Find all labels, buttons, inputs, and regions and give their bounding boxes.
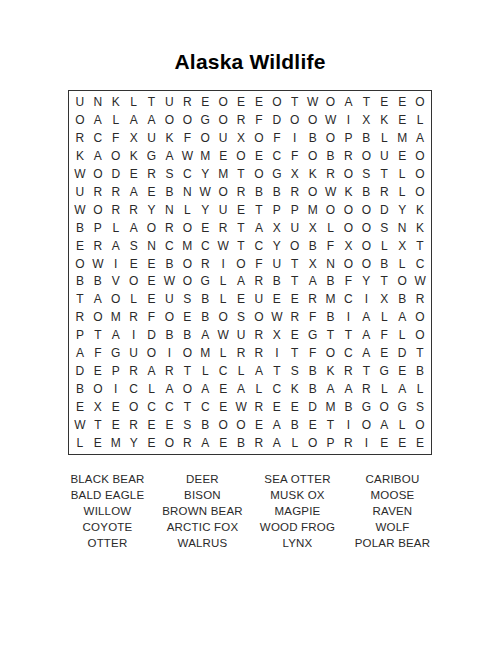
cell-r7c4[interactable]: R: [125, 201, 143, 219]
cell-r14c11[interactable]: R: [250, 326, 268, 344]
cell-r4c4[interactable]: K: [125, 147, 143, 165]
cell-r19c16[interactable]: I: [339, 416, 357, 434]
cell-r11c13[interactable]: T: [286, 273, 304, 291]
cell-r3c17[interactable]: B: [357, 129, 375, 147]
cell-r8c6[interactable]: R: [160, 219, 178, 237]
cell-r20c20[interactable]: E: [411, 434, 429, 452]
cell-r20c18[interactable]: E: [375, 434, 393, 452]
cell-r11c9[interactable]: L: [214, 273, 232, 291]
cell-r15c13[interactable]: T: [286, 344, 304, 362]
cell-r8c18[interactable]: S: [375, 219, 393, 237]
cell-r1c6[interactable]: U: [160, 93, 178, 111]
cell-r18c12[interactable]: E: [268, 398, 286, 416]
cell-r12c8[interactable]: B: [196, 290, 214, 308]
cell-r13c1[interactable]: R: [71, 308, 89, 326]
cell-r9c12[interactable]: Y: [268, 237, 286, 255]
cell-r7c2[interactable]: O: [89, 201, 107, 219]
cell-r7c8[interactable]: Y: [196, 201, 214, 219]
cell-r10c17[interactable]: O: [357, 255, 375, 273]
cell-r11c6[interactable]: W: [160, 273, 178, 291]
cell-r18c11[interactable]: R: [250, 398, 268, 416]
cell-r18c17[interactable]: G: [357, 398, 375, 416]
cell-r9c15[interactable]: F: [322, 237, 340, 255]
cell-r8c2[interactable]: P: [89, 219, 107, 237]
cell-r11c7[interactable]: O: [178, 273, 196, 291]
cell-r5c7[interactable]: C: [178, 165, 196, 183]
cell-r8c5[interactable]: O: [143, 219, 161, 237]
cell-r13c2[interactable]: O: [89, 308, 107, 326]
cell-r10c2[interactable]: W: [89, 255, 107, 273]
cell-r4c12[interactable]: C: [268, 147, 286, 165]
cell-r3c18[interactable]: L: [375, 129, 393, 147]
cell-r12c5[interactable]: E: [143, 290, 161, 308]
cell-r5c17[interactable]: S: [357, 165, 375, 183]
cell-r20c12[interactable]: A: [268, 434, 286, 452]
cell-r13c12[interactable]: W: [268, 308, 286, 326]
cell-r6c2[interactable]: R: [89, 183, 107, 201]
cell-r14c2[interactable]: T: [89, 326, 107, 344]
cell-r17c10[interactable]: A: [232, 380, 250, 398]
cell-r1c12[interactable]: O: [268, 93, 286, 111]
cell-r4c14[interactable]: O: [304, 147, 322, 165]
cell-r2c11[interactable]: F: [250, 111, 268, 129]
cell-r16c2[interactable]: E: [89, 362, 107, 380]
cell-r8c20[interactable]: K: [411, 219, 429, 237]
cell-r8c11[interactable]: A: [250, 219, 268, 237]
cell-r15c12[interactable]: I: [268, 344, 286, 362]
cell-r13c14[interactable]: F: [304, 308, 322, 326]
cell-r3c16[interactable]: P: [339, 129, 357, 147]
cell-r19c8[interactable]: B: [196, 416, 214, 434]
cell-r19c9[interactable]: O: [214, 416, 232, 434]
cell-r14c18[interactable]: F: [375, 326, 393, 344]
cell-r2c3[interactable]: L: [107, 111, 125, 129]
cell-r6c8[interactable]: W: [196, 183, 214, 201]
cell-r11c2[interactable]: B: [89, 273, 107, 291]
cell-r9c4[interactable]: S: [125, 237, 143, 255]
cell-r14c20[interactable]: O: [411, 326, 429, 344]
cell-r3c20[interactable]: A: [411, 129, 429, 147]
cell-r17c3[interactable]: I: [107, 380, 125, 398]
cell-r14c6[interactable]: B: [160, 326, 178, 344]
cell-r12c13[interactable]: E: [286, 290, 304, 308]
cell-r16c10[interactable]: L: [232, 362, 250, 380]
cell-r12c12[interactable]: E: [268, 290, 286, 308]
cell-r17c1[interactable]: B: [71, 380, 89, 398]
cell-r20c10[interactable]: B: [232, 434, 250, 452]
cell-r18c5[interactable]: C: [143, 398, 161, 416]
cell-r5c16[interactable]: O: [339, 165, 357, 183]
cell-r4c6[interactable]: A: [160, 147, 178, 165]
cell-r17c11[interactable]: L: [250, 380, 268, 398]
cell-r10c6[interactable]: B: [160, 255, 178, 273]
cell-r3c13[interactable]: I: [286, 129, 304, 147]
cell-r5c10[interactable]: T: [232, 165, 250, 183]
cell-r8c7[interactable]: O: [178, 219, 196, 237]
cell-r6c18[interactable]: R: [375, 183, 393, 201]
cell-r17c16[interactable]: A: [339, 380, 357, 398]
cell-r13c8[interactable]: B: [196, 308, 214, 326]
cell-r17c20[interactable]: L: [411, 380, 429, 398]
cell-r6c20[interactable]: O: [411, 183, 429, 201]
cell-r11c10[interactable]: A: [232, 273, 250, 291]
cell-r3c4[interactable]: X: [125, 129, 143, 147]
cell-r19c17[interactable]: O: [357, 416, 375, 434]
cell-r18c8[interactable]: C: [196, 398, 214, 416]
cell-r12c19[interactable]: B: [393, 290, 411, 308]
cell-r5c5[interactable]: R: [143, 165, 161, 183]
cell-r15c6[interactable]: I: [160, 344, 178, 362]
cell-r13c20[interactable]: O: [411, 308, 429, 326]
cell-r3c9[interactable]: U: [214, 129, 232, 147]
cell-r20c3[interactable]: M: [107, 434, 125, 452]
cell-r12c2[interactable]: A: [89, 290, 107, 308]
cell-r18c6[interactable]: C: [160, 398, 178, 416]
cell-r11c15[interactable]: B: [322, 273, 340, 291]
cell-r15c5[interactable]: O: [143, 344, 161, 362]
cell-r15c9[interactable]: L: [214, 344, 232, 362]
cell-r7c3[interactable]: R: [107, 201, 125, 219]
cell-r12c18[interactable]: X: [375, 290, 393, 308]
cell-r9c14[interactable]: B: [304, 237, 322, 255]
cell-r15c15[interactable]: O: [322, 344, 340, 362]
cell-r1c3[interactable]: K: [107, 93, 125, 111]
cell-r9c8[interactable]: C: [196, 237, 214, 255]
cell-r14c17[interactable]: A: [357, 326, 375, 344]
cell-r6c1[interactable]: U: [71, 183, 89, 201]
cell-r10c3[interactable]: I: [107, 255, 125, 273]
cell-r3c7[interactable]: F: [178, 129, 196, 147]
cell-r7c14[interactable]: M: [304, 201, 322, 219]
cell-r2c18[interactable]: K: [375, 111, 393, 129]
cell-r14c19[interactable]: L: [393, 326, 411, 344]
cell-r7c18[interactable]: D: [375, 201, 393, 219]
cell-r10c12[interactable]: U: [268, 255, 286, 273]
cell-r9c17[interactable]: O: [357, 237, 375, 255]
cell-r17c18[interactable]: L: [375, 380, 393, 398]
cell-r16c16[interactable]: R: [339, 362, 357, 380]
cell-r13c17[interactable]: A: [357, 308, 375, 326]
cell-r3c3[interactable]: F: [107, 129, 125, 147]
cell-r15c4[interactable]: U: [125, 344, 143, 362]
cell-r7c11[interactable]: T: [250, 201, 268, 219]
cell-r4c9[interactable]: E: [214, 147, 232, 165]
cell-r5c12[interactable]: G: [268, 165, 286, 183]
cell-r6c11[interactable]: B: [250, 183, 268, 201]
cell-r9c1[interactable]: E: [71, 237, 89, 255]
cell-r8c1[interactable]: B: [71, 219, 89, 237]
cell-r10c18[interactable]: B: [375, 255, 393, 273]
cell-r8c8[interactable]: E: [196, 219, 214, 237]
cell-r13c3[interactable]: M: [107, 308, 125, 326]
cell-r4c3[interactable]: O: [107, 147, 125, 165]
cell-r15c1[interactable]: A: [71, 344, 89, 362]
cell-r20c7[interactable]: R: [178, 434, 196, 452]
cell-r3c1[interactable]: R: [71, 129, 89, 147]
cell-r10c1[interactable]: O: [71, 255, 89, 273]
cell-r13c9[interactable]: O: [214, 308, 232, 326]
cell-r20c14[interactable]: O: [304, 434, 322, 452]
cell-r5c20[interactable]: O: [411, 165, 429, 183]
cell-r19c12[interactable]: A: [268, 416, 286, 434]
cell-r7c13[interactable]: P: [286, 201, 304, 219]
cell-r18c1[interactable]: E: [71, 398, 89, 416]
cell-r16c20[interactable]: B: [411, 362, 429, 380]
cell-r20c15[interactable]: P: [322, 434, 340, 452]
cell-r2c15[interactable]: W: [322, 111, 340, 129]
cell-r18c9[interactable]: E: [214, 398, 232, 416]
cell-r15c10[interactable]: R: [232, 344, 250, 362]
cell-r13c7[interactable]: E: [178, 308, 196, 326]
cell-r16c6[interactable]: R: [160, 362, 178, 380]
cell-r14c14[interactable]: G: [304, 326, 322, 344]
cell-r11c5[interactable]: E: [143, 273, 161, 291]
cell-r7c15[interactable]: O: [322, 201, 340, 219]
cell-r11c20[interactable]: W: [411, 273, 429, 291]
cell-r14c13[interactable]: E: [286, 326, 304, 344]
cell-r18c18[interactable]: O: [375, 398, 393, 416]
cell-r10c10[interactable]: O: [232, 255, 250, 273]
cell-r19c3[interactable]: E: [107, 416, 125, 434]
cell-r14c9[interactable]: W: [214, 326, 232, 344]
cell-r18c14[interactable]: D: [304, 398, 322, 416]
cell-r4c2[interactable]: A: [89, 147, 107, 165]
cell-r8c13[interactable]: U: [286, 219, 304, 237]
cell-r4c1[interactable]: K: [71, 147, 89, 165]
cell-r10c11[interactable]: F: [250, 255, 268, 273]
cell-r2c16[interactable]: I: [339, 111, 357, 129]
cell-r14c15[interactable]: T: [322, 326, 340, 344]
cell-r13c15[interactable]: B: [322, 308, 340, 326]
cell-r5c2[interactable]: O: [89, 165, 107, 183]
cell-r14c3[interactable]: A: [107, 326, 125, 344]
cell-r1c1[interactable]: U: [71, 93, 89, 111]
cell-r9c16[interactable]: X: [339, 237, 357, 255]
cell-r12c9[interactable]: L: [214, 290, 232, 308]
cell-r5c6[interactable]: S: [160, 165, 178, 183]
cell-r17c14[interactable]: B: [304, 380, 322, 398]
cell-r9c19[interactable]: X: [393, 237, 411, 255]
cell-r19c15[interactable]: T: [322, 416, 340, 434]
cell-r14c1[interactable]: P: [71, 326, 89, 344]
cell-r12c17[interactable]: I: [357, 290, 375, 308]
cell-r18c3[interactable]: E: [107, 398, 125, 416]
cell-r3c11[interactable]: O: [250, 129, 268, 147]
cell-r12c7[interactable]: S: [178, 290, 196, 308]
cell-r8c4[interactable]: A: [125, 219, 143, 237]
cell-r20c13[interactable]: L: [286, 434, 304, 452]
cell-r1c7[interactable]: R: [178, 93, 196, 111]
cell-r18c20[interactable]: S: [411, 398, 429, 416]
cell-r15c18[interactable]: E: [375, 344, 393, 362]
cell-r20c1[interactable]: L: [71, 434, 89, 452]
cell-r9c5[interactable]: N: [143, 237, 161, 255]
cell-r13c19[interactable]: A: [393, 308, 411, 326]
cell-r12c6[interactable]: U: [160, 290, 178, 308]
cell-r17c9[interactable]: E: [214, 380, 232, 398]
cell-r10c8[interactable]: R: [196, 255, 214, 273]
cell-r15c7[interactable]: O: [178, 344, 196, 362]
cell-r7c17[interactable]: O: [357, 201, 375, 219]
cell-r19c20[interactable]: O: [411, 416, 429, 434]
cell-r6c16[interactable]: K: [339, 183, 357, 201]
cell-r8c19[interactable]: N: [393, 219, 411, 237]
cell-r1c16[interactable]: A: [339, 93, 357, 111]
cell-r11c17[interactable]: Y: [357, 273, 375, 291]
cell-r14c5[interactable]: D: [143, 326, 161, 344]
cell-r3c10[interactable]: X: [232, 129, 250, 147]
cell-r10c5[interactable]: E: [143, 255, 161, 273]
cell-r19c13[interactable]: B: [286, 416, 304, 434]
cell-r14c7[interactable]: B: [178, 326, 196, 344]
cell-r7c16[interactable]: O: [339, 201, 357, 219]
cell-r13c13[interactable]: R: [286, 308, 304, 326]
cell-r16c18[interactable]: G: [375, 362, 393, 380]
cell-r8c3[interactable]: L: [107, 219, 125, 237]
cell-r16c13[interactable]: S: [286, 362, 304, 380]
cell-r17c7[interactable]: O: [178, 380, 196, 398]
cell-r3c8[interactable]: O: [196, 129, 214, 147]
cell-r10c19[interactable]: L: [393, 255, 411, 273]
cell-r13c16[interactable]: I: [339, 308, 357, 326]
cell-r8c12[interactable]: X: [268, 219, 286, 237]
cell-r9c20[interactable]: T: [411, 237, 429, 255]
cell-r20c19[interactable]: E: [393, 434, 411, 452]
cell-r18c16[interactable]: B: [339, 398, 357, 416]
cell-r18c19[interactable]: G: [393, 398, 411, 416]
cell-r13c11[interactable]: O: [250, 308, 268, 326]
cell-r9c10[interactable]: T: [232, 237, 250, 255]
cell-r9c18[interactable]: L: [375, 237, 393, 255]
cell-r6c6[interactable]: B: [160, 183, 178, 201]
cell-r14c12[interactable]: X: [268, 326, 286, 344]
cell-r1c10[interactable]: E: [232, 93, 250, 111]
cell-r12c16[interactable]: C: [339, 290, 357, 308]
cell-r4c19[interactable]: E: [393, 147, 411, 165]
cell-r11c16[interactable]: F: [339, 273, 357, 291]
cell-r5c8[interactable]: Y: [196, 165, 214, 183]
cell-r4c11[interactable]: E: [250, 147, 268, 165]
cell-r16c7[interactable]: T: [178, 362, 196, 380]
cell-r10c4[interactable]: E: [125, 255, 143, 273]
cell-r5c18[interactable]: T: [375, 165, 393, 183]
cell-r12c4[interactable]: L: [125, 290, 143, 308]
cell-r20c8[interactable]: A: [196, 434, 214, 452]
cell-r14c4[interactable]: I: [125, 326, 143, 344]
cell-r4c15[interactable]: B: [322, 147, 340, 165]
cell-r17c8[interactable]: A: [196, 380, 214, 398]
cell-r7c7[interactable]: L: [178, 201, 196, 219]
cell-r20c2[interactable]: E: [89, 434, 107, 452]
cell-r16c19[interactable]: E: [393, 362, 411, 380]
cell-r12c1[interactable]: T: [71, 290, 89, 308]
cell-r11c19[interactable]: O: [393, 273, 411, 291]
cell-r6c14[interactable]: O: [304, 183, 322, 201]
cell-r16c3[interactable]: P: [107, 362, 125, 380]
cell-r5c11[interactable]: O: [250, 165, 268, 183]
cell-r7c10[interactable]: E: [232, 201, 250, 219]
cell-r12c3[interactable]: O: [107, 290, 125, 308]
cell-r10c16[interactable]: O: [339, 255, 357, 273]
cell-r15c20[interactable]: T: [411, 344, 429, 362]
cell-r18c4[interactable]: O: [125, 398, 143, 416]
cell-r6c12[interactable]: B: [268, 183, 286, 201]
cell-r7c12[interactable]: P: [268, 201, 286, 219]
cell-r2c4[interactable]: A: [125, 111, 143, 129]
cell-r4c7[interactable]: W: [178, 147, 196, 165]
cell-r20c6[interactable]: O: [160, 434, 178, 452]
cell-r19c1[interactable]: W: [71, 416, 89, 434]
cell-r10c20[interactable]: C: [411, 255, 429, 273]
cell-r4c20[interactable]: O: [411, 147, 429, 165]
cell-r2c13[interactable]: O: [286, 111, 304, 129]
cell-r16c1[interactable]: D: [71, 362, 89, 380]
cell-r15c17[interactable]: A: [357, 344, 375, 362]
cell-r3c12[interactable]: F: [268, 129, 286, 147]
cell-r19c14[interactable]: E: [304, 416, 322, 434]
cell-r11c12[interactable]: B: [268, 273, 286, 291]
cell-r18c7[interactable]: T: [178, 398, 196, 416]
cell-r13c10[interactable]: S: [232, 308, 250, 326]
cell-r11c11[interactable]: R: [250, 273, 268, 291]
cell-r19c10[interactable]: O: [232, 416, 250, 434]
cell-r12c15[interactable]: M: [322, 290, 340, 308]
cell-r17c17[interactable]: R: [357, 380, 375, 398]
cell-r17c15[interactable]: A: [322, 380, 340, 398]
cell-r9c6[interactable]: C: [160, 237, 178, 255]
cell-r13c4[interactable]: R: [125, 308, 143, 326]
cell-r2c10[interactable]: R: [232, 111, 250, 129]
cell-r16c11[interactable]: A: [250, 362, 268, 380]
cell-r6c3[interactable]: R: [107, 183, 125, 201]
cell-r16c15[interactable]: K: [322, 362, 340, 380]
cell-r9c2[interactable]: R: [89, 237, 107, 255]
cell-r3c19[interactable]: M: [393, 129, 411, 147]
cell-r6c7[interactable]: N: [178, 183, 196, 201]
cell-r17c12[interactable]: C: [268, 380, 286, 398]
cell-r6c13[interactable]: R: [286, 183, 304, 201]
cell-r16c4[interactable]: R: [125, 362, 143, 380]
cell-r11c1[interactable]: B: [71, 273, 89, 291]
cell-r16c5[interactable]: A: [143, 362, 161, 380]
cell-r12c14[interactable]: R: [304, 290, 322, 308]
cell-r4c8[interactable]: M: [196, 147, 214, 165]
cell-r4c13[interactable]: F: [286, 147, 304, 165]
cell-r15c16[interactable]: C: [339, 344, 357, 362]
cell-r11c18[interactable]: T: [375, 273, 393, 291]
cell-r16c14[interactable]: B: [304, 362, 322, 380]
cell-r10c7[interactable]: O: [178, 255, 196, 273]
cell-r15c19[interactable]: D: [393, 344, 411, 362]
cell-r1c2[interactable]: N: [89, 93, 107, 111]
cell-r3c6[interactable]: K: [160, 129, 178, 147]
cell-r8c14[interactable]: X: [304, 219, 322, 237]
cell-r2c8[interactable]: G: [196, 111, 214, 129]
cell-r10c15[interactable]: N: [322, 255, 340, 273]
cell-r8c16[interactable]: O: [339, 219, 357, 237]
cell-r7c19[interactable]: Y: [393, 201, 411, 219]
cell-r11c8[interactable]: G: [196, 273, 214, 291]
cell-r14c10[interactable]: U: [232, 326, 250, 344]
cell-r6c10[interactable]: R: [232, 183, 250, 201]
cell-r16c8[interactable]: L: [196, 362, 214, 380]
cell-r1c8[interactable]: E: [196, 93, 214, 111]
cell-r4c18[interactable]: U: [375, 147, 393, 165]
cell-r2c9[interactable]: O: [214, 111, 232, 129]
cell-r9c9[interactable]: W: [214, 237, 232, 255]
cell-r17c2[interactable]: O: [89, 380, 107, 398]
cell-r1c13[interactable]: T: [286, 93, 304, 111]
